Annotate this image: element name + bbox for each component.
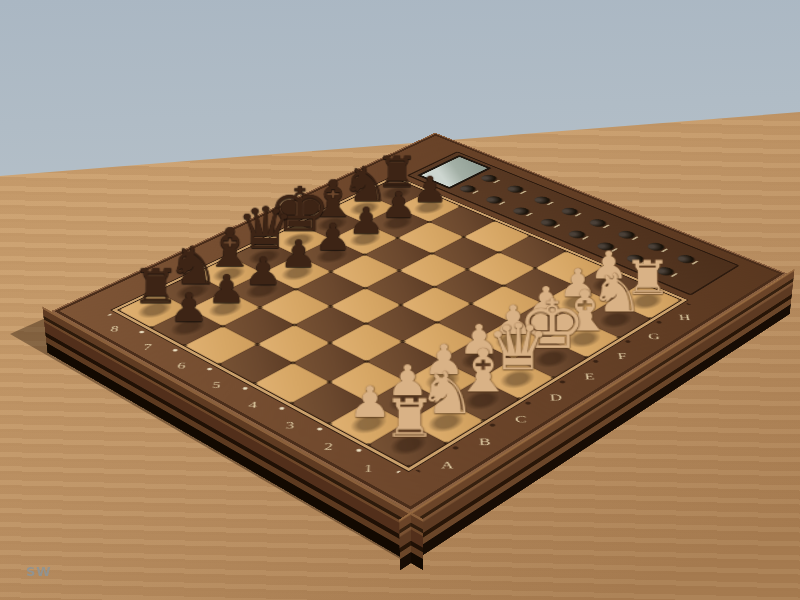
panel-button-label-mark [574,213,581,217]
file-label-f: F [608,351,637,361]
file-label-g: G [640,332,669,342]
panel-button[interactable] [559,206,580,216]
board-case-top: ABCDEFGH 12345678 ♜♞♝♛♚♝♞♜♟♟♟♟♟♟♟♟♟♟♟♟♟♟… [51,133,787,512]
panel-button[interactable] [538,217,560,227]
panel-button-label-mark [582,236,589,240]
panel-button[interactable] [505,184,526,194]
file-label-b: B [470,436,500,448]
panel-button[interactable] [478,174,499,183]
file-label-h: H [671,313,699,323]
panel-button-label-mark [631,236,638,240]
panel-button[interactable] [615,229,637,239]
white-rook-glyph: ♜ [356,392,462,445]
watermark: SW [26,564,52,579]
panel-button-label-mark [498,201,505,205]
panel-button-label-mark [553,224,560,228]
panel-button-label-mark [472,190,479,194]
panel-button-label-mark [526,213,533,217]
panel-button-label-mark [520,191,527,195]
panel-button[interactable] [510,206,531,216]
panel-button[interactable] [483,195,504,205]
panel-button-label-mark [493,180,500,183]
file-label-c: C [507,414,536,426]
panel-button-label-mark [603,224,610,228]
black-pawn-glyph: ♟ [140,288,237,328]
panel-button[interactable] [566,229,588,239]
board-scene: ABCDEFGH 12345678 ♜♞♝♛♚♝♞♜♟♟♟♟♟♟♟♟♟♟♟♟♟♟… [0,0,800,600]
panel-button-label-mark [611,248,618,252]
panel-button[interactable] [587,218,609,228]
rank-label-6: 6 [167,361,196,372]
panel-button[interactable] [594,241,616,252]
chess-computer: ABCDEFGH 12345678 ♜♞♝♛♚♝♞♜♟♟♟♟♟♟♟♟♟♟♟♟♟♟… [51,133,787,512]
photo-scene: ABCDEFGH 12345678 ♜♞♝♛♚♝♞♜♟♟♟♟♟♟♟♟♟♟♟♟♟♟… [0,0,800,600]
panel-button[interactable] [531,195,552,205]
panel-button-label-mark [547,202,554,206]
